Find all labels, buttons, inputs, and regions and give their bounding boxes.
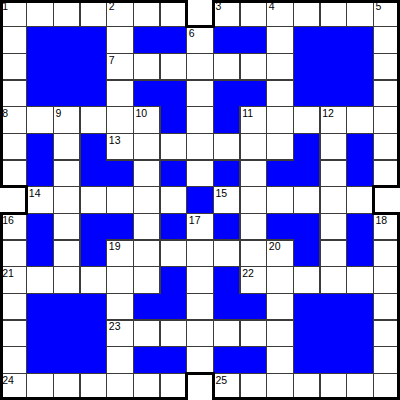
grid-line [213, 346, 215, 374]
grid-cell-r10-c9[interactable] [240, 267, 267, 294]
notch-border [212, 372, 215, 400]
grid-cell-r5-c9[interactable] [240, 133, 267, 160]
grid-line [213, 319, 241, 321]
grid-cell-r0-c4[interactable] [107, 0, 134, 27]
grid-line [319, 0, 321, 27]
grid-line [266, 53, 268, 81]
blocked-cell-r1-c1 [26, 26, 53, 53]
grid-line [239, 186, 267, 188]
grid-cell-r7-c6[interactable] [160, 187, 187, 214]
grid-cell-r5-c5[interactable] [133, 133, 160, 160]
blocked-cell-r3-c9 [240, 80, 267, 107]
grid-line [106, 293, 108, 321]
grid-cell-r8-c12[interactable] [320, 213, 347, 240]
blocked-cell-r11-c2 [53, 293, 80, 320]
grid-cell-r7-c4[interactable] [107, 187, 134, 214]
grid-cell-r6-c0[interactable] [0, 160, 27, 187]
grid-line [319, 239, 347, 241]
blocked-cell-r3-c6 [160, 80, 187, 107]
grid-line [293, 319, 295, 347]
grid-cell-r0-c6[interactable] [160, 0, 187, 27]
blocked-cell-r9-c13 [346, 240, 373, 267]
blocked-cell-r2-c13 [346, 53, 373, 80]
grid-cell-r14-c10[interactable] [267, 373, 294, 400]
grid-line [213, 106, 215, 134]
grid-cell-r6-c7[interactable] [187, 160, 214, 187]
grid-cell-r10-c5[interactable] [133, 267, 160, 294]
blocked-cell-r8-c6 [160, 213, 187, 240]
grid-line [106, 26, 134, 28]
grid-cell-r0-c14[interactable] [373, 0, 400, 27]
grid-cell-r1-c10[interactable] [267, 27, 294, 54]
grid-cell-r0-c8[interactable] [213, 0, 240, 27]
grid-line [213, 239, 241, 241]
grid-line [373, 266, 400, 268]
grid-cell-r0-c10[interactable] [267, 0, 294, 27]
grid-cell-r2-c14[interactable] [373, 53, 400, 80]
grid-line [239, 106, 267, 108]
grid-cell-r8-c7[interactable] [187, 213, 214, 240]
grid-cell-r9-c8[interactable] [213, 240, 240, 267]
grid-cell-r10-c14[interactable] [373, 267, 400, 294]
grid-cell-r3-c10[interactable] [267, 80, 294, 107]
blocked-cell-r3-c3 [80, 80, 107, 107]
grid-cell-r1-c7[interactable] [187, 27, 214, 54]
grid-cell-r12-c7[interactable] [187, 320, 214, 347]
grid-line [239, 373, 241, 400]
grid-line [53, 186, 81, 188]
grid-cell-r14-c8[interactable] [213, 373, 240, 400]
grid-line [26, 239, 28, 267]
grid-cell-r8-c2[interactable] [53, 213, 80, 240]
grid-cell-r5-c2[interactable] [53, 133, 80, 160]
grid-cell-r9-c14[interactable] [373, 240, 400, 267]
grid-line [106, 79, 134, 81]
grid-line [53, 26, 81, 28]
grid-cell-r4-c14[interactable] [373, 107, 400, 134]
grid-line [106, 373, 108, 400]
grid-line [213, 53, 241, 55]
grid-line [53, 293, 81, 295]
grid-cell-r2-c10[interactable] [267, 53, 294, 80]
grid-cell-r12-c9[interactable] [240, 320, 267, 347]
blocked-cell-r13-c12 [320, 346, 347, 373]
grid-line [26, 373, 54, 375]
grid-cell-r4-c5[interactable] [133, 107, 160, 134]
grid-cell-r14-c11[interactable] [293, 373, 320, 400]
grid-line [133, 319, 161, 321]
grid-cell-r9-c0[interactable] [0, 240, 27, 267]
grid-cell-r14-c13[interactable] [347, 373, 374, 400]
grid-cell-r12-c14[interactable] [373, 320, 400, 347]
grid-cell-r9-c7[interactable] [187, 240, 214, 267]
grid-cell-r3-c0[interactable] [0, 80, 27, 107]
outer-border-top [0, 0, 28, 3]
grid-cell-r14-c6[interactable] [160, 373, 187, 400]
blocked-cell-r6-c11 [293, 160, 320, 187]
grid-line [133, 159, 161, 161]
blocked-cell-r6-c8 [213, 160, 240, 187]
grid-cell-r13-c7[interactable] [187, 347, 214, 374]
grid-line [213, 26, 241, 28]
grid-line [186, 239, 188, 267]
grid-cell-r0-c3[interactable] [80, 0, 107, 27]
grid-cell-r13-c0[interactable] [0, 347, 27, 374]
grid-line [373, 159, 400, 161]
grid-cell-r14-c2[interactable] [53, 373, 80, 400]
blocked-cell-r8-c1 [26, 213, 53, 240]
grid-line [79, 239, 81, 267]
grid-cell-r5-c14[interactable] [373, 133, 400, 160]
grid-cell-r14-c1[interactable] [27, 373, 54, 400]
blocked-cell-r13-c13 [346, 346, 373, 373]
grid-line [373, 159, 375, 187]
grid-cell-r7-c2[interactable] [53, 187, 80, 214]
grid-cell-r13-c10[interactable] [267, 347, 294, 374]
outer-border-top [105, 0, 134, 3]
grid-line [319, 133, 347, 135]
grid-cell-r2-c4[interactable] [107, 53, 134, 80]
outer-border-left [0, 372, 3, 400]
grid-line [133, 26, 161, 28]
grid-line [26, 319, 28, 347]
blocked-cell-r12-c3 [80, 320, 107, 347]
grid-cell-r14-c12[interactable] [320, 373, 347, 400]
grid-cell-r10-c13[interactable] [347, 267, 374, 294]
blocked-cell-r8-c10 [266, 213, 293, 240]
grid-line [239, 213, 267, 215]
grid-line [239, 53, 241, 81]
grid-cell-r14-c3[interactable] [80, 373, 107, 400]
grid-cell-r9-c6[interactable] [160, 240, 187, 267]
grid-line [186, 79, 188, 107]
notch-border [372, 212, 400, 215]
outer-border-left [0, 25, 3, 54]
grid-cell-r5-c0[interactable] [0, 133, 27, 160]
grid-line [319, 266, 321, 294]
grid-cell-r11-c7[interactable] [187, 293, 214, 320]
grid-cell-r5-c6[interactable] [160, 133, 187, 160]
grid-line [106, 106, 134, 108]
grid-cell-r6-c2[interactable] [53, 160, 80, 187]
grid-cell-r9-c2[interactable] [53, 240, 80, 267]
grid-line [133, 53, 161, 55]
grid-cell-r14-c5[interactable] [133, 373, 160, 400]
grid-line [133, 373, 161, 375]
grid-cell-r8-c0[interactable] [0, 213, 27, 240]
grid-line [133, 239, 135, 267]
grid-cell-r0-c13[interactable] [347, 0, 374, 27]
grid-cell-r3-c4[interactable] [107, 80, 134, 107]
notch-border [185, 372, 214, 375]
grid-cell-r7-c9[interactable] [240, 187, 267, 214]
void-notch-r14-c7 [187, 373, 214, 400]
grid-line [53, 133, 81, 135]
grid-line [373, 293, 400, 295]
grid-cell-r11-c10[interactable] [267, 293, 294, 320]
grid-cell-r8-c14[interactable] [373, 213, 400, 240]
grid-line [53, 373, 81, 375]
grid-line [266, 266, 268, 294]
grid-cell-r10-c4[interactable] [107, 267, 134, 294]
grid-line [79, 186, 81, 214]
blocked-cell-r8-c4 [106, 213, 133, 240]
grid-cell-r3-c14[interactable] [373, 80, 400, 107]
grid-line [213, 133, 241, 135]
grid-cell-r7-c5[interactable] [133, 187, 160, 214]
grid-line [26, 373, 28, 400]
grid-line [159, 266, 161, 294]
grid-line [266, 106, 268, 134]
grid-cell-r4-c7[interactable] [187, 107, 214, 134]
grid-line [26, 213, 54, 215]
notch-border [25, 185, 28, 214]
grid-cell-r1-c0[interactable] [0, 27, 27, 54]
blocked-cell-r13-c1 [26, 346, 53, 373]
grid-line [26, 133, 54, 135]
grid-line [346, 293, 374, 295]
blocked-cell-r11-c5 [133, 293, 160, 320]
grid-line [373, 53, 375, 81]
grid-cell-r0-c11[interactable] [293, 0, 320, 27]
grid-cell-r10-c1[interactable] [27, 267, 54, 294]
grid-cell-r2-c7[interactable] [187, 53, 214, 80]
grid-cell-r7-c13[interactable] [347, 187, 374, 214]
grid-line [239, 239, 241, 267]
grid-cell-r6-c14[interactable] [373, 160, 400, 187]
grid-cell-r2-c8[interactable] [213, 53, 240, 80]
grid-line [373, 79, 400, 81]
grid-cell-r7-c10[interactable] [267, 187, 294, 214]
blocked-cell-r13-c9 [240, 346, 267, 373]
grid-line [186, 186, 214, 188]
grid-line [239, 0, 241, 27]
notch-border [0, 185, 28, 188]
grid-cell-r5-c8[interactable] [213, 133, 240, 160]
grid-cell-r6-c12[interactable] [320, 160, 347, 187]
grid-line [346, 133, 348, 161]
grid-cell-r7-c8[interactable] [213, 187, 240, 214]
grid-cell-r13-c14[interactable] [373, 347, 400, 374]
grid-line [186, 53, 214, 55]
grid-cell-r0-c12[interactable] [320, 0, 347, 27]
grid-cell-r2-c9[interactable] [240, 53, 267, 80]
blocked-cell-r8-c13 [346, 213, 373, 240]
grid-cell-r6-c9[interactable] [240, 160, 267, 187]
outer-border-left [0, 345, 3, 374]
blocked-cell-r12-c1 [26, 320, 53, 347]
grid-line [266, 186, 268, 214]
grid-line [373, 373, 375, 400]
grid-line [346, 133, 374, 135]
grid-cell-r9-c4[interactable] [107, 240, 134, 267]
grid-cell-r12-c6[interactable] [160, 320, 187, 347]
grid-cell-r9-c10[interactable] [267, 240, 294, 267]
grid-line [0, 106, 27, 108]
blocked-cell-r9-c11 [293, 240, 320, 267]
grid-line [0, 346, 27, 348]
grid-cell-r9-c9[interactable] [240, 240, 267, 267]
grid-cell-r10-c10[interactable] [267, 267, 294, 294]
grid-cell-r12-c10[interactable] [267, 320, 294, 347]
grid-line [159, 186, 187, 188]
grid-line [266, 79, 294, 81]
grid-cell-r8-c5[interactable] [133, 213, 160, 240]
outer-border-top [319, 0, 348, 3]
grid-cell-r2-c6[interactable] [160, 53, 187, 80]
grid-line [53, 159, 81, 161]
grid-cell-r4-c10[interactable] [267, 107, 294, 134]
grid-line [106, 346, 134, 348]
grid-line [186, 213, 188, 241]
grid-line [319, 106, 347, 108]
grid-cell-r10-c7[interactable] [187, 267, 214, 294]
grid-line [106, 346, 108, 374]
grid-cell-r2-c5[interactable] [133, 53, 160, 80]
grid-cell-r14-c9[interactable] [240, 373, 267, 400]
grid-cell-r12-c8[interactable] [213, 320, 240, 347]
grid-cell-r13-c4[interactable] [107, 347, 134, 374]
grid-cell-r12-c4[interactable] [107, 320, 134, 347]
grid-cell-r7-c3[interactable] [80, 187, 107, 214]
grid-line [373, 319, 400, 321]
grid-cell-r4-c4[interactable] [107, 107, 134, 134]
grid-cell-r10-c3[interactable] [80, 267, 107, 294]
grid-line [159, 319, 187, 321]
grid-cell-r0-c2[interactable] [53, 0, 80, 27]
grid-line [26, 133, 28, 161]
grid-line [106, 293, 134, 295]
grid-line [266, 53, 294, 55]
grid-cell-r7-c1[interactable] [27, 187, 54, 214]
blocked-cell-r6-c6 [160, 160, 187, 187]
grid-line [0, 53, 27, 55]
grid-cell-r5-c10[interactable] [267, 133, 294, 160]
blocked-cell-r6-c10 [266, 160, 293, 187]
grid-line [159, 266, 187, 268]
blocked-cell-r2-c12 [320, 53, 347, 80]
grid-cell-r11-c14[interactable] [373, 293, 400, 320]
grid-line [293, 26, 321, 28]
grid-cell-r6-c5[interactable] [133, 160, 160, 187]
grid-cell-r8-c9[interactable] [240, 213, 267, 240]
grid-line [106, 239, 108, 267]
grid-line [0, 79, 27, 81]
grid-line [213, 79, 215, 107]
grid-line [79, 266, 81, 294]
grid-line [0, 133, 27, 135]
grid-line [159, 159, 161, 187]
grid-line [373, 266, 375, 294]
grid-line [373, 346, 375, 374]
grid-cell-r12-c0[interactable] [0, 320, 27, 347]
grid-line [133, 346, 135, 374]
grid-cell-r9-c12[interactable] [320, 240, 347, 267]
grid-line [293, 133, 321, 135]
grid-line [79, 213, 81, 241]
grid-line [26, 213, 28, 241]
grid-cell-r10-c2[interactable] [53, 267, 80, 294]
notch-border [212, 0, 215, 28]
grid-line [346, 159, 348, 187]
grid-cell-r1-c14[interactable] [373, 27, 400, 54]
grid-cell-r10-c0[interactable] [0, 267, 27, 294]
grid-cell-r7-c12[interactable] [320, 187, 347, 214]
grid-cell-r14-c0[interactable] [0, 373, 27, 400]
grid-cell-r4-c3[interactable] [80, 107, 107, 134]
grid-cell-r0-c9[interactable] [240, 0, 267, 27]
grid-line [239, 239, 267, 241]
grid-line [293, 133, 295, 161]
grid-cell-r4-c1[interactable] [27, 107, 54, 134]
notch-border [185, 372, 188, 400]
blocked-cell-r5-c3 [80, 133, 107, 160]
grid-line [133, 213, 135, 241]
blocked-cell-r1-c11 [293, 26, 320, 53]
grid-line [293, 186, 295, 214]
grid-line [79, 186, 107, 188]
grid-line [373, 106, 400, 108]
grid-line [159, 373, 161, 400]
grid-cell-r10-c11[interactable] [293, 267, 320, 294]
grid-line [373, 79, 375, 107]
grid-cell-r5-c12[interactable] [320, 133, 347, 160]
grid-cell-r4-c0[interactable] [0, 107, 27, 134]
grid-cell-r5-c7[interactable] [187, 133, 214, 160]
grid-line [373, 319, 375, 347]
grid-line [186, 266, 188, 294]
grid-cell-r5-c4[interactable] [107, 133, 134, 160]
grid-line [373, 53, 400, 55]
grid-line [319, 186, 321, 214]
grid-line [133, 106, 161, 108]
grid-cell-r10-c12[interactable] [320, 267, 347, 294]
grid-line [53, 239, 55, 267]
grid-line [293, 26, 295, 54]
grid-cell-r7-c11[interactable] [293, 187, 320, 214]
grid-line [319, 213, 321, 241]
grid-cell-r4-c2[interactable] [53, 107, 80, 134]
grid-cell-r4-c12[interactable] [320, 107, 347, 134]
grid-line [79, 133, 107, 135]
grid-line [26, 26, 28, 54]
grid-cell-r1-c4[interactable] [107, 27, 134, 54]
void-notch-r7-c14 [373, 187, 400, 214]
grid-cell-r3-c7[interactable] [187, 80, 214, 107]
grid-cell-r11-c4[interactable] [107, 293, 134, 320]
blocked-cell-r1-c6 [160, 26, 187, 53]
grid-cell-r0-c0[interactable] [0, 0, 27, 27]
grid-line [266, 293, 268, 321]
grid-line [293, 186, 321, 188]
grid-cell-r14-c4[interactable] [107, 373, 134, 400]
grid-cell-r4-c11[interactable] [293, 107, 320, 134]
grid-cell-r2-c0[interactable] [0, 53, 27, 80]
grid-cell-r9-c5[interactable] [133, 240, 160, 267]
grid-cell-r4-c13[interactable] [347, 107, 374, 134]
grid-cell-r14-c14[interactable] [373, 373, 400, 400]
grid-line [346, 106, 348, 134]
grid-line [186, 186, 188, 214]
grid-line [373, 106, 375, 134]
grid-cell-r12-c5[interactable] [133, 320, 160, 347]
grid-line [239, 319, 267, 321]
grid-cell-r4-c9[interactable] [240, 107, 267, 134]
grid-cell-r0-c1[interactable] [27, 0, 54, 27]
grid-line [293, 266, 295, 294]
grid-cell-r0-c5[interactable] [133, 0, 160, 27]
grid-cell-r11-c0[interactable] [0, 293, 27, 320]
